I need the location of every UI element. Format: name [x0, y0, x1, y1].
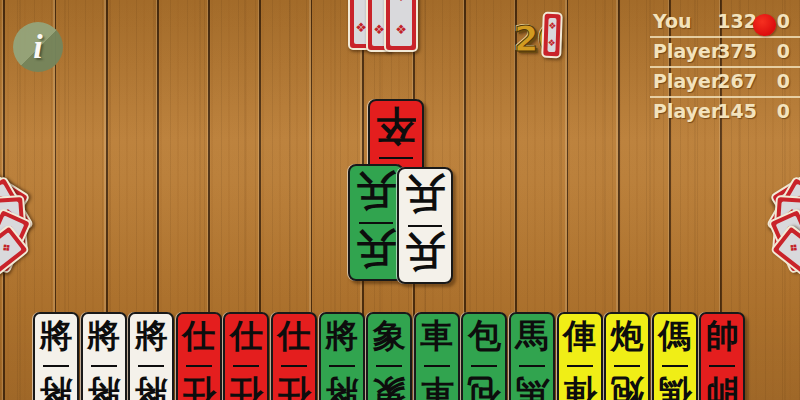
card-divider — [408, 225, 442, 227]
card-divider — [379, 157, 413, 159]
scoreboard-row: You1320 — [650, 8, 800, 38]
card-divider — [359, 222, 393, 224]
scoreboard-row: Player1450 — [650, 98, 800, 126]
card-character-top: 卒 — [370, 106, 422, 146]
card-character-top: 仕 — [178, 319, 220, 352]
card-character-bottom: 包 — [463, 376, 505, 400]
draw-pile-card-back: ❖❖❖ — [384, 0, 418, 52]
card-character-bottom: 將 — [35, 376, 77, 400]
hand-card[interactable]: 仕仕 — [176, 312, 222, 400]
player-name: Player — [653, 38, 720, 65]
hand-card[interactable]: 包包 — [461, 312, 507, 400]
card-character-bottom: 兵 — [399, 232, 451, 272]
card-character-top: 炮 — [606, 319, 648, 352]
card-divider — [91, 365, 117, 367]
card-character-top: 兵 — [399, 174, 451, 214]
player-score: 0 — [777, 98, 790, 125]
card-character-bottom: 象 — [368, 376, 410, 400]
scoreboard: You1320Player3750Player2670Player1450 — [650, 8, 800, 126]
hand-card[interactable]: 俥俥 — [557, 312, 603, 400]
player-points: 132 — [717, 8, 757, 35]
hand-card[interactable]: 將將 — [81, 312, 127, 400]
player-points: 145 — [717, 98, 757, 125]
hand-card[interactable]: 炮炮 — [604, 312, 650, 400]
card-character-top: 車 — [416, 319, 458, 352]
card-character-top: 仕 — [273, 319, 315, 352]
card-character-bottom: 車 — [416, 376, 458, 400]
diamond-ornament-icon: ❖ — [0, 241, 13, 256]
player-name: Player — [653, 68, 720, 95]
card-character-top: 包 — [463, 319, 505, 352]
card-character-bottom: 將 — [321, 376, 363, 400]
card-character-bottom: 帥 — [701, 376, 743, 400]
diamond-ornament-icon: ❖ — [395, 0, 407, 3]
player-name: Player — [653, 98, 720, 125]
card-character-bottom: 將 — [83, 376, 125, 400]
card-character-top: 仕 — [225, 319, 267, 352]
player-score: 0 — [777, 68, 790, 95]
card-character-top: 帥 — [701, 319, 743, 352]
card-character-top: 象 — [368, 319, 410, 352]
card-divider — [186, 365, 212, 367]
card-divider — [519, 365, 545, 367]
wood-table: i ❖❖❖❖❖❖❖❖❖ 26 You1320Player3750Player26… — [0, 0, 800, 400]
played-card: 兵兵 — [348, 164, 404, 281]
hand-card[interactable]: 仕仕 — [271, 312, 317, 400]
card-character-bottom: 仕 — [273, 376, 315, 400]
card-character-top: 俥 — [559, 319, 601, 352]
card-character-top: 傌 — [654, 319, 696, 352]
diamond-ornament-icon: ❖ — [548, 39, 556, 48]
card-character-top: 將 — [130, 319, 172, 352]
deck-count-mini-back: ❖❖ — [541, 12, 563, 59]
hand-card[interactable]: 將將 — [319, 312, 365, 400]
card-character-bottom: 仕 — [178, 376, 220, 400]
card-divider — [424, 365, 450, 367]
scoreboard-row: Player2670 — [650, 68, 800, 98]
player-points: 267 — [717, 68, 757, 95]
hand-card[interactable]: 將將 — [128, 312, 174, 400]
card-character-top: 馬 — [511, 319, 553, 352]
card-divider — [376, 365, 402, 367]
turn-indicator-dot — [753, 14, 776, 36]
card-divider — [662, 365, 688, 367]
card-divider — [43, 365, 69, 367]
card-back-pattern: ❖❖❖ — [390, 0, 412, 46]
player-score: 0 — [777, 8, 790, 35]
info-button[interactable]: i — [13, 22, 63, 72]
player-score: 0 — [777, 38, 790, 65]
card-character-bottom: 俥 — [559, 376, 601, 400]
hand-card[interactable]: 象象 — [366, 312, 412, 400]
card-divider — [329, 365, 355, 367]
diamond-ornament-icon: ❖ — [548, 22, 556, 31]
player-name: You — [653, 8, 692, 35]
card-character-bottom: 仕 — [225, 376, 267, 400]
card-divider — [471, 365, 497, 367]
card-divider — [614, 365, 640, 367]
hand-card[interactable]: 仕仕 — [223, 312, 269, 400]
player-points: 375 — [717, 38, 757, 65]
card-character-bottom: 兵 — [350, 229, 402, 269]
diamond-ornament-icon: ❖ — [395, 23, 407, 36]
hand-card[interactable]: 將將 — [33, 312, 79, 400]
card-character-top: 將 — [321, 319, 363, 352]
card-character-top: 兵 — [350, 171, 402, 211]
hand-card[interactable]: 車車 — [414, 312, 460, 400]
hand-card[interactable]: 傌傌 — [652, 312, 698, 400]
card-back-pattern: ❖❖ — [547, 18, 556, 52]
info-icon: i — [13, 28, 63, 66]
card-character-top: 將 — [35, 319, 77, 352]
card-character-bottom: 炮 — [606, 376, 648, 400]
card-divider — [138, 365, 164, 367]
card-character-bottom: 傌 — [654, 376, 696, 400]
played-card: 兵兵 — [397, 167, 453, 284]
card-divider — [281, 365, 307, 367]
card-divider — [567, 365, 593, 367]
card-divider — [233, 365, 259, 367]
hand-card[interactable]: 帥帥 — [699, 312, 745, 400]
card-character-bottom: 馬 — [511, 376, 553, 400]
scoreboard-row: Player3750 — [650, 38, 800, 68]
card-character-bottom: 將 — [130, 376, 172, 400]
card-character-top: 將 — [83, 319, 125, 352]
card-back-pattern: ❖❖ — [0, 232, 22, 278]
card-divider — [709, 365, 735, 367]
diamond-ornament-icon: ❖ — [787, 241, 800, 256]
hand-card[interactable]: 馬馬 — [509, 312, 555, 400]
